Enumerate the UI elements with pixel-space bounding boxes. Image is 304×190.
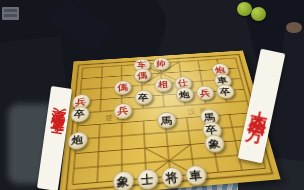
green-apple <box>237 2 252 16</box>
piece-black-将[interactable]: 将 <box>160 166 183 188</box>
caption-text-left: 无敌多么寂寞 <box>45 131 64 145</box>
piece-red-相[interactable]: 相 <box>154 77 173 92</box>
piece-black-象[interactable]: 象 <box>112 170 134 190</box>
piece-red-傌[interactable]: 傌 <box>113 80 131 95</box>
station-watermark-icon <box>2 7 19 20</box>
piece-black-炮[interactable]: 炮 <box>66 131 87 150</box>
piece-red-傌[interactable]: 傌 <box>133 68 151 83</box>
piece-red-兵[interactable]: 兵 <box>113 102 132 119</box>
piece-black-象[interactable]: 象 <box>203 134 226 153</box>
piece-black-炮[interactable]: 炮 <box>175 87 195 103</box>
piece-black-車[interactable]: 車 <box>184 164 208 186</box>
green-apple <box>251 7 266 21</box>
piece-black-卒[interactable]: 卒 <box>134 89 153 105</box>
video-frame: 楚河 汉界 车帅傌炮傌相仕兵兵兵車卒炮卒卒馬馬炮卒象象士将車 无敌多么寂寞 大杀… <box>0 0 304 190</box>
piece-black-卒[interactable]: 卒 <box>215 84 236 100</box>
piece-black-卒[interactable]: 卒 <box>69 105 89 122</box>
piece-red-帅[interactable]: 帅 <box>152 57 170 71</box>
piece-black-馬[interactable]: 馬 <box>156 111 176 129</box>
caption-text-right: 大杀四方 <box>248 94 276 119</box>
piece-black-士[interactable]: 士 <box>136 168 158 190</box>
piece-red-兵[interactable]: 兵 <box>195 85 215 101</box>
opponent-hand <box>286 22 302 33</box>
